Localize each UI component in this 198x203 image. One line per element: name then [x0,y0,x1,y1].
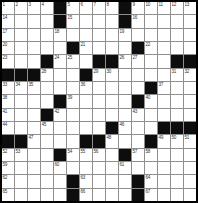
clue-number: 40 [146,95,151,100]
cell-r13c11[interactable] [132,162,144,174]
clue-number: 43 [133,109,138,114]
cell-r4c8[interactable] [93,42,105,54]
cell-r1c13[interactable]: 11 [158,2,170,14]
clue-number: 31 [172,69,177,74]
clue-number: 49 [159,135,164,140]
cell-r2c15[interactable] [184,15,196,27]
cell-r3c1[interactable]: 17 [2,29,14,41]
cell-r4c13[interactable] [158,42,170,54]
clue-number: 39 [68,95,73,100]
cell-r3c4[interactable] [41,29,53,41]
cell-r4c4[interactable] [41,42,53,54]
cell-r6c11[interactable] [132,69,144,81]
cell-r6c14[interactable]: 31 [171,69,183,81]
clue-number: 63 [81,175,86,180]
cell-r2c9[interactable] [106,15,118,27]
clue-number: 34 [16,82,21,87]
clue-number: 20 [3,42,8,47]
cell-r12c13[interactable] [158,149,170,161]
cell-r9c1[interactable]: 41 [2,109,14,121]
clue-number: 59 [3,162,8,167]
cell-r15c5[interactable] [54,189,66,201]
black-cell-r8c5 [54,95,66,107]
cell-r12c12[interactable]: 58 [145,149,157,161]
cell-r4c3[interactable] [28,42,40,54]
black-cell-r12c10 [119,149,131,161]
cell-r9c8[interactable] [93,109,105,121]
cell-r15c1[interactable]: 65 [2,189,14,201]
cell-r4c1[interactable]: 20 [2,42,14,54]
cell-r5c12[interactable] [145,55,157,67]
clue-number: 29 [94,69,99,74]
cell-r6c9[interactable]: 30 [106,69,118,81]
cell-r7c9[interactable] [106,82,118,94]
cell-r6c6[interactable] [67,69,79,81]
cell-r2c1[interactable]: 14 [2,15,14,27]
cell-r9c3[interactable] [28,109,40,121]
cell-r7c2[interactable]: 34 [15,82,27,94]
cell-r5c7[interactable] [80,55,92,67]
cell-r2c11[interactable]: 16 [132,15,144,27]
cell-r9c15[interactable] [184,109,196,121]
clue-number: 41 [3,109,8,114]
black-cell-r14c6 [67,175,79,187]
cell-r13c2[interactable] [15,162,27,174]
cell-r15c7[interactable]: 66 [80,189,92,201]
clue-number: 37 [159,82,164,87]
clue-number: 3 [29,2,31,7]
clue-number: 18 [55,29,60,34]
crossword-board: 1234567891011121314151617181920212223242… [0,0,198,203]
cell-r3c10[interactable]: 19 [119,29,131,41]
cell-r12c3[interactable] [28,149,40,161]
cell-r2c14[interactable] [171,15,183,27]
cell-r10c7[interactable] [80,122,92,134]
black-cell-r11c7 [80,135,92,147]
clue-number: 47 [29,135,34,140]
black-cell-r10c15 [184,122,196,134]
cell-r8c1[interactable]: 38 [2,95,14,107]
cell-r12c8[interactable]: 56 [93,149,105,161]
cell-r5c2[interactable] [15,55,27,67]
cell-r13c14[interactable] [171,162,183,174]
clue-number: 44 [3,122,8,127]
cell-r9c13[interactable] [158,109,170,121]
clue-number: 61 [120,162,125,167]
cell-r9c12[interactable] [145,109,157,121]
clue-number: 28 [42,69,47,74]
cell-r13c12[interactable] [145,162,157,174]
clue-number: 60 [55,162,60,167]
cell-r14c13[interactable] [158,175,170,187]
cell-r4c10[interactable] [119,42,131,54]
clue-number: 32 [185,69,190,74]
clue-number: 19 [120,29,125,34]
clue-number: 25 [68,55,73,60]
black-cell-r1c10 [119,2,131,14]
cell-r7c7[interactable]: 36 [80,82,92,94]
cell-r14c8[interactable] [93,175,105,187]
cell-r15c2[interactable] [15,189,27,201]
cell-r5c3[interactable] [28,55,40,67]
clue-number: 36 [81,82,86,87]
cell-r15c9[interactable] [106,189,118,201]
cell-r6c4[interactable]: 28 [41,69,53,81]
cell-r7c4[interactable] [41,82,53,94]
black-cell-r7c12 [145,82,157,94]
cell-r9c14[interactable] [171,109,183,121]
cell-r15c8[interactable] [93,189,105,201]
cell-r1c6[interactable]: 5 [67,2,79,14]
cell-r3c14[interactable] [171,29,183,41]
cell-r1c2[interactable]: 2 [15,2,27,14]
cell-r3c6[interactable] [67,29,79,41]
clue-number: 24 [55,55,60,60]
cell-r7c10[interactable] [119,82,131,94]
black-cell-r6c7 [80,69,92,81]
cell-r13c13[interactable] [158,162,170,174]
black-cell-r2c10 [119,15,131,27]
black-cell-r5c8 [93,55,105,67]
cell-r9c11[interactable]: 43 [132,109,144,121]
cell-r15c3[interactable] [28,189,40,201]
cell-r14c14[interactable] [171,175,183,187]
clue-number: 16 [133,15,138,20]
clue-number: 13 [185,2,190,7]
cell-r15c4[interactable] [41,189,53,201]
cell-r13c6[interactable] [67,162,79,174]
clue-number: 56 [94,149,99,154]
cell-r1c12[interactable]: 10 [145,2,157,14]
cell-r9c7[interactable] [80,109,92,121]
cell-r8c14[interactable] [171,95,183,107]
cell-r7c8[interactable] [93,82,105,94]
cell-r2c13[interactable] [158,15,170,27]
black-cell-r6c1 [2,69,14,81]
cell-r4c7[interactable]: 21 [80,42,92,54]
cell-r1c11[interactable]: 9 [132,2,144,14]
clue-number: 55 [81,149,86,154]
black-cell-r5c9 [106,55,118,67]
cell-r11c10[interactable] [119,135,131,147]
cell-r13c10[interactable]: 61 [119,162,131,174]
cell-r7c13[interactable]: 37 [158,82,170,94]
cell-r8c15[interactable] [184,95,196,107]
clue-number: 4 [42,2,44,7]
cell-r7c1[interactable]: 33 [2,82,14,94]
cell-r2c7[interactable] [80,15,92,27]
black-cell-r5c15 [184,55,196,67]
clue-number: 33 [3,82,8,87]
cell-r9c2[interactable] [15,109,27,121]
cell-r3c8[interactable] [93,29,105,41]
cell-r7c15[interactable] [184,82,196,94]
cell-r3c13[interactable] [158,29,170,41]
cell-r9c10[interactable] [119,109,131,121]
cell-r11c13[interactable]: 49 [158,135,170,147]
cell-r11c3[interactable]: 47 [28,135,40,147]
black-cell-r6c2 [15,69,27,81]
clue-number: 10 [146,2,151,7]
cell-r12c2[interactable]: 53 [15,149,27,161]
clue-number: 30 [107,69,112,74]
clue-number: 58 [146,149,151,154]
cell-r5c6[interactable]: 25 [67,55,79,67]
black-cell-r15c11 [132,189,144,201]
cell-r13c7[interactable] [80,162,92,174]
clue-number: 64 [146,175,151,180]
cell-r14c7[interactable]: 63 [80,175,92,187]
clue-number: 23 [3,55,8,60]
black-cell-r4c6 [67,42,79,54]
clue-number: 45 [42,122,47,127]
cell-r6c10[interactable] [119,69,131,81]
clue-number: 27 [133,55,138,60]
cell-r13c15[interactable] [184,162,196,174]
cell-r10c3[interactable] [28,122,40,134]
cell-r12c11[interactable]: 57 [132,149,144,161]
cell-r14c1[interactable]: 62 [2,175,14,187]
clue-number: 46 [120,122,125,127]
cell-r12c7[interactable]: 55 [80,149,92,161]
cell-r7c5[interactable] [54,82,66,94]
cell-r14c15[interactable] [184,175,196,187]
cell-r10c6[interactable] [67,122,79,134]
cell-r7c11[interactable] [132,82,144,94]
cell-r9c6[interactable] [67,109,79,121]
cell-r3c5[interactable]: 18 [54,29,66,41]
cell-r14c4[interactable] [41,175,53,187]
black-cell-r15c6 [67,189,79,201]
clue-number: 11 [159,2,163,7]
clue-number: 62 [3,175,8,180]
cell-r6c12[interactable] [145,69,157,81]
cell-r14c3[interactable] [28,175,40,187]
cell-r6c5[interactable] [54,69,66,81]
cell-r13c8[interactable] [93,162,105,174]
clue-number: 42 [55,109,60,114]
black-cell-r8c11 [132,95,144,107]
clue-number: 53 [16,149,21,154]
cell-r1c3[interactable]: 3 [28,2,40,14]
cell-r10c5[interactable] [54,122,66,134]
cell-r2c4[interactable] [41,15,53,27]
clue-number: 65 [3,189,8,194]
cell-r5c11[interactable]: 27 [132,55,144,67]
clue-number: 12 [172,2,177,7]
cell-r4c15[interactable] [184,42,196,54]
cell-r14c10[interactable] [119,175,131,187]
black-cell-r11c8 [93,135,105,147]
cell-r4c2[interactable] [15,42,27,54]
clue-number: 35 [29,82,34,87]
cell-r2c12[interactable] [145,15,157,27]
clue-number: 51 [185,135,190,140]
cell-r8c13[interactable] [158,95,170,107]
black-cell-r2c5 [54,15,66,27]
cell-r1c4[interactable]: 4 [41,2,53,14]
cell-r1c8[interactable]: 7 [93,2,105,14]
cell-r4c9[interactable] [106,42,118,54]
cell-r4c14[interactable] [171,42,183,54]
cell-r15c14[interactable] [171,189,183,201]
black-cell-r11c2 [15,135,27,147]
cell-r10c4[interactable]: 45 [41,122,53,134]
cell-r5c10[interactable]: 26 [119,55,131,67]
clue-number: 14 [3,15,8,20]
cell-r14c12[interactable]: 64 [145,175,157,187]
black-cell-r10c9 [106,122,118,134]
clue-number: 6 [81,2,83,7]
cell-r12c14[interactable] [171,149,183,161]
clue-number: 26 [120,55,125,60]
cell-r14c2[interactable] [15,175,27,187]
cell-r6c13[interactable] [158,69,170,81]
cell-r11c15[interactable]: 51 [184,135,196,147]
cell-r3c12[interactable] [145,29,157,41]
cell-r10c11[interactable] [132,122,144,134]
clue-number: 2 [16,2,18,7]
cell-r10c10[interactable]: 46 [119,122,131,134]
cell-r12c9[interactable] [106,149,118,161]
cell-r9c9[interactable] [106,109,118,121]
cell-r10c1[interactable]: 44 [2,122,14,134]
cell-r8c7[interactable] [80,95,92,107]
cell-r10c2[interactable] [15,122,27,134]
black-cell-r4c11 [132,42,144,54]
cell-r10c12[interactable] [145,122,157,134]
clue-number: 7 [94,2,96,7]
cell-r13c5[interactable]: 60 [54,162,66,174]
clue-number: 1 [3,2,5,7]
clue-number: 21 [81,42,86,47]
cell-r12c15[interactable] [184,149,196,161]
clue-number: 52 [3,149,8,154]
black-cell-r14c11 [132,175,144,187]
cell-r10c8[interactable] [93,122,105,134]
crossword-page: 1234567891011121314151617181920212223242… [0,0,198,203]
cell-r15c10[interactable] [119,189,131,201]
cell-r13c3[interactable] [28,162,40,174]
cell-r5c13[interactable] [158,55,170,67]
cell-r3c3[interactable] [28,29,40,41]
cell-r4c5[interactable] [54,42,66,54]
cell-r11c5[interactable] [54,135,66,147]
black-cell-r11c12 [145,135,157,147]
clue-number: 54 [68,149,73,154]
cell-r11c9[interactable]: 48 [106,135,118,147]
clue-number: 66 [81,189,86,194]
cell-r9c5[interactable]: 42 [54,109,66,121]
cell-r3c11[interactable] [132,29,144,41]
cell-r3c2[interactable] [15,29,27,41]
clue-number: 9 [133,2,135,7]
cell-r7c6[interactable] [67,82,79,94]
cell-r13c4[interactable] [41,162,53,174]
cell-r15c13[interactable] [158,189,170,201]
cell-r1c1[interactable]: 1 [2,2,14,14]
black-cell-r1c5 [54,2,66,14]
cell-r8c8[interactable] [93,95,105,107]
cell-r12c4[interactable] [41,149,53,161]
cell-r6c15[interactable]: 32 [184,69,196,81]
black-cell-r5c4 [41,55,53,67]
cell-r3c7[interactable] [80,29,92,41]
cell-r11c6[interactable] [67,135,79,147]
cell-r2c2[interactable] [15,15,27,27]
black-cell-r5c14 [171,55,183,67]
cell-r7c14[interactable] [171,82,183,94]
clue-number: 57 [133,149,138,154]
cell-r11c14[interactable]: 50 [171,135,183,147]
cell-r2c8[interactable] [93,15,105,27]
clue-number: 15 [68,15,73,20]
cell-r8c4[interactable] [41,95,53,107]
black-cell-r10c13 [158,122,170,134]
cell-r8c2[interactable] [15,95,27,107]
cell-r2c6[interactable]: 15 [67,15,79,27]
clue-number: 8 [107,2,109,7]
cell-r7c3[interactable]: 35 [28,82,40,94]
cell-r14c9[interactable] [106,175,118,187]
black-cell-r12c5 [54,149,66,161]
cell-r5c5[interactable]: 24 [54,55,66,67]
cell-r15c12[interactable]: 67 [145,189,157,201]
black-cell-r9c4 [41,109,53,121]
cell-r8c9[interactable] [106,95,118,107]
cell-r15c15[interactable] [184,189,196,201]
clue-number: 67 [146,189,151,194]
cell-r13c1[interactable]: 59 [2,162,14,174]
clue-number: 38 [3,95,8,100]
black-cell-r10c14 [171,122,183,134]
cell-r12c6[interactable]: 54 [67,149,79,161]
cell-r3c15[interactable] [184,29,196,41]
cell-r12c1[interactable]: 52 [2,149,14,161]
cell-r5c1[interactable]: 23 [2,55,14,67]
black-cell-r11c1 [2,135,14,147]
clue-number: 17 [3,29,8,34]
cell-r2c3[interactable] [28,15,40,27]
cell-r14c5[interactable] [54,175,66,187]
clue-number: 50 [172,135,177,140]
clue-number: 48 [107,135,112,140]
cell-r11c11[interactable] [132,135,144,147]
cell-r6c8[interactable]: 29 [93,69,105,81]
cell-r8c3[interactable] [28,95,40,107]
cell-r8c12[interactable]: 40 [145,95,157,107]
cell-r8c6[interactable]: 39 [67,95,79,107]
cell-r8c10[interactable] [119,95,131,107]
cell-r13c9[interactable] [106,162,118,174]
cell-r1c14[interactable]: 12 [171,2,183,14]
black-cell-r6c3 [28,69,40,81]
cell-r4c12[interactable]: 22 [145,42,157,54]
clue-number: 5 [68,2,70,7]
cell-r1c7[interactable]: 6 [80,2,92,14]
cell-r1c15[interactable]: 13 [184,2,196,14]
clue-number: 22 [146,42,151,47]
cell-r11c4[interactable] [41,135,53,147]
cell-r3c9[interactable] [106,29,118,41]
cell-r1c9[interactable]: 8 [106,2,118,14]
